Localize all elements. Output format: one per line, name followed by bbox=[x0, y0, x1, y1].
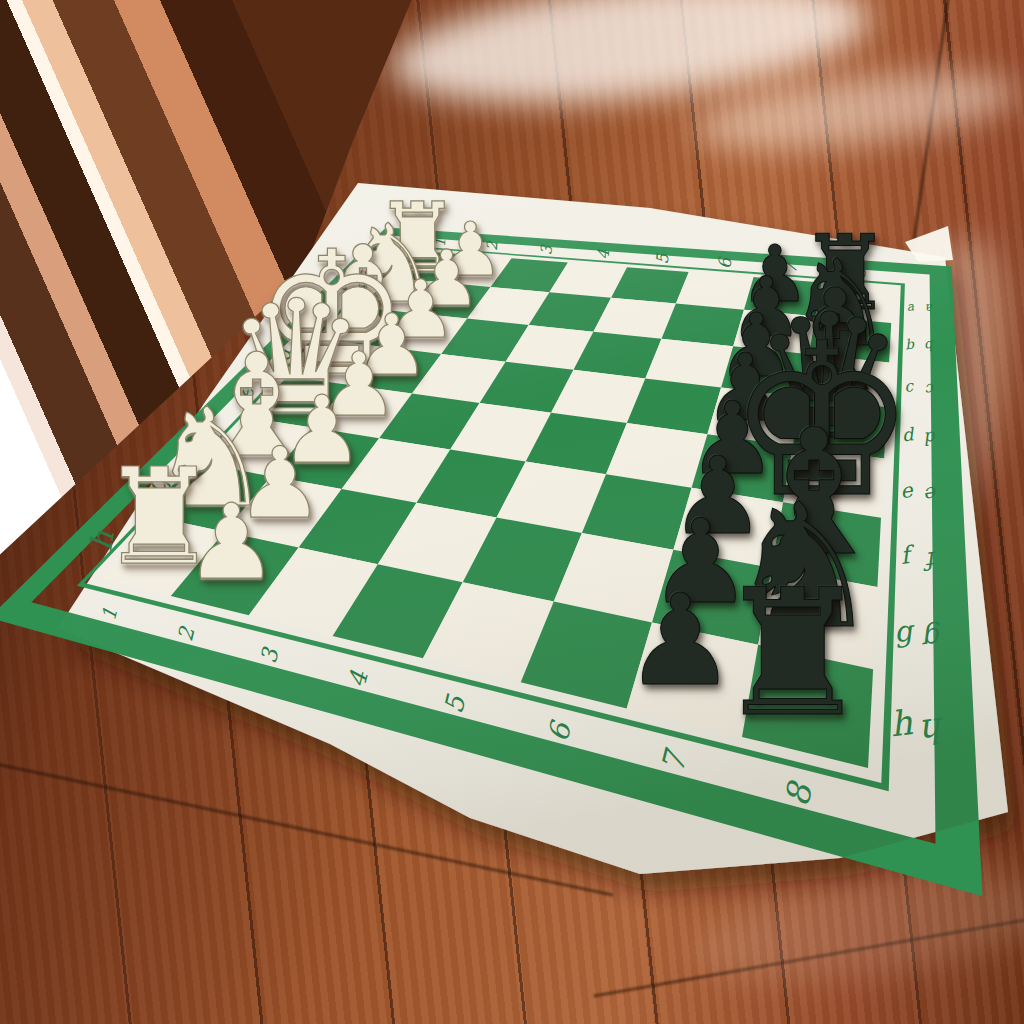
mat-light-overlay bbox=[58, 183, 1008, 874]
photo-scene: 11aaa22bbb33ccc44ddd55eee66fff77ggg88hhh… bbox=[0, 0, 1024, 1024]
chessboard: 11aaa22bbb33ccc44ddd55eee66fff77ggg88hhh bbox=[0, 0, 1024, 1024]
label-far-1: 1 bbox=[432, 237, 449, 247]
label-left-h: h bbox=[83, 527, 121, 553]
